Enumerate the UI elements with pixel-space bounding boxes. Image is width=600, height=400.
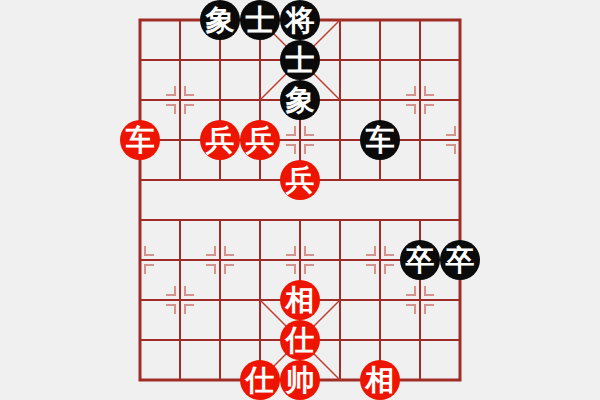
piece-black-elephant[interactable]: 象 [200, 0, 240, 40]
piece-black-chariot[interactable]: 车 [360, 120, 400, 160]
piece-red-advisor[interactable]: 仕 [280, 320, 320, 360]
piece-red-general[interactable]: 帅 [280, 360, 320, 400]
piece-red-advisor[interactable]: 仕 [240, 360, 280, 400]
piece-red-elephant[interactable]: 相 [360, 360, 400, 400]
piece-black-general[interactable]: 将 [280, 0, 320, 40]
piece-black-soldier[interactable]: 卒 [440, 240, 480, 280]
piece-red-soldier[interactable]: 兵 [200, 120, 240, 160]
piece-red-elephant[interactable]: 相 [280, 280, 320, 320]
pieces-layer: 象士将士象车兵兵车兵卒卒相仕仕帅相 [120, 0, 480, 400]
piece-red-soldier[interactable]: 兵 [280, 160, 320, 200]
piece-red-soldier[interactable]: 兵 [240, 120, 280, 160]
xiangqi-board: 象士将士象车兵兵车兵卒卒相仕仕帅相 [0, 0, 600, 400]
piece-black-soldier[interactable]: 卒 [400, 240, 440, 280]
piece-black-advisor[interactable]: 士 [240, 0, 280, 40]
piece-black-advisor[interactable]: 士 [280, 40, 320, 80]
piece-black-elephant[interactable]: 象 [280, 80, 320, 120]
piece-red-chariot[interactable]: 车 [120, 120, 160, 160]
